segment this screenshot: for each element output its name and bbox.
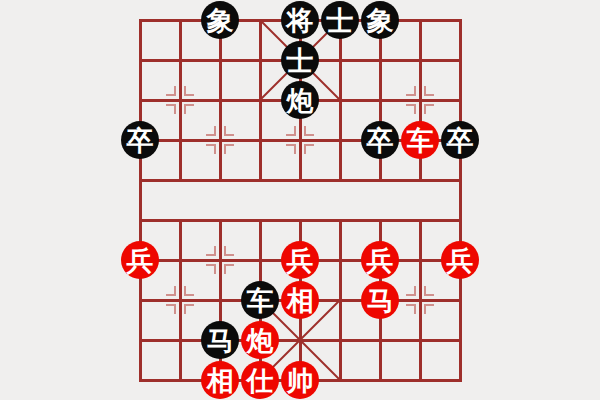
board-cell[interactable] <box>160 320 200 360</box>
board-cell[interactable]: 相 <box>200 360 240 400</box>
board-cell[interactable] <box>120 360 160 400</box>
board-cell[interactable] <box>400 0 440 40</box>
piece-red-soldier[interactable]: 兵 <box>441 241 479 279</box>
board-cell[interactable] <box>240 160 280 200</box>
piece-red-soldier[interactable]: 兵 <box>121 241 159 279</box>
board-cell[interactable] <box>440 360 480 400</box>
board-cell[interactable] <box>160 360 200 400</box>
board-cell[interactable] <box>360 360 400 400</box>
board-cell[interactable] <box>400 80 440 120</box>
board-cell[interactable] <box>360 40 400 80</box>
piece-black-soldier[interactable]: 卒 <box>441 121 479 159</box>
piece-black-elephant[interactable]: 象 <box>361 1 399 39</box>
piece-red-chariot[interactable]: 车 <box>401 121 439 159</box>
board-cell[interactable] <box>400 160 440 200</box>
board-cell[interactable] <box>320 360 360 400</box>
board-cell[interactable] <box>360 200 400 240</box>
board-cell[interactable]: 士 <box>320 0 360 40</box>
board-cell[interactable]: 车 <box>240 280 280 320</box>
board-cell[interactable] <box>400 200 440 240</box>
board-cell[interactable] <box>240 200 280 240</box>
board-cell[interactable] <box>360 80 400 120</box>
piece-black-advisor[interactable]: 士 <box>281 41 319 79</box>
piece-red-horse[interactable]: 马 <box>361 281 399 319</box>
board-cell[interactable] <box>440 320 480 360</box>
board-cell[interactable] <box>200 200 240 240</box>
board-cell[interactable] <box>400 280 440 320</box>
board-cell[interactable] <box>160 0 200 40</box>
board-cell[interactable] <box>320 240 360 280</box>
board-cell[interactable] <box>240 80 280 120</box>
piece-black-general[interactable]: 将 <box>281 1 319 39</box>
board-cell[interactable] <box>360 160 400 200</box>
board-cell[interactable] <box>440 160 480 200</box>
piece-red-elephant[interactable]: 相 <box>281 281 319 319</box>
board-cell[interactable] <box>160 40 200 80</box>
piece-black-chariot[interactable]: 车 <box>241 281 279 319</box>
board-cell[interactable]: 马 <box>360 280 400 320</box>
board-cell[interactable] <box>200 160 240 200</box>
board-cell[interactable] <box>440 80 480 120</box>
board-cell[interactable] <box>320 280 360 320</box>
board-cell[interactable] <box>280 320 320 360</box>
board-cell[interactable]: 炮 <box>280 80 320 120</box>
board-cell[interactable] <box>120 160 160 200</box>
board-cell[interactable] <box>240 240 280 280</box>
board-cell[interactable] <box>320 80 360 120</box>
piece-black-advisor[interactable]: 士 <box>321 1 359 39</box>
piece-red-soldier[interactable]: 兵 <box>361 241 399 279</box>
board-cell[interactable] <box>400 360 440 400</box>
xiangqi-board: 象将士象士炮卒卒车卒兵兵兵兵车相马马炮相仕帅 <box>120 0 480 400</box>
board-cell[interactable]: 兵 <box>280 240 320 280</box>
board-cell[interactable] <box>160 200 200 240</box>
board-cell[interactable] <box>280 120 320 160</box>
piece-red-advisor[interactable]: 仕 <box>241 361 279 399</box>
board-cell[interactable] <box>160 160 200 200</box>
board-cell[interactable] <box>320 160 360 200</box>
board-cell[interactable] <box>240 0 280 40</box>
piece-red-elephant[interactable]: 相 <box>201 361 239 399</box>
board-cell[interactable]: 相 <box>280 280 320 320</box>
board-cell[interactable]: 仕 <box>240 360 280 400</box>
board-grid: 象将士象士炮卒卒车卒兵兵兵兵车相马马炮相仕帅 <box>120 0 480 400</box>
board-cell[interactable] <box>120 280 160 320</box>
board-cell[interactable] <box>120 320 160 360</box>
board-cell[interactable] <box>200 240 240 280</box>
piece-black-soldier[interactable]: 卒 <box>121 121 159 159</box>
piece-red-cannon[interactable]: 炮 <box>241 321 279 359</box>
board-cell[interactable] <box>440 40 480 80</box>
board-cell[interactable] <box>320 40 360 80</box>
board-cell[interactable] <box>120 0 160 40</box>
board-cell[interactable] <box>200 120 240 160</box>
board-cell[interactable] <box>200 280 240 320</box>
board-cell[interactable] <box>240 120 280 160</box>
piece-red-soldier[interactable]: 兵 <box>281 241 319 279</box>
board-cell[interactable] <box>320 320 360 360</box>
board-cell[interactable]: 兵 <box>120 240 160 280</box>
board-cell[interactable] <box>360 320 400 360</box>
board-cell[interactable] <box>320 200 360 240</box>
board-cell[interactable]: 卒 <box>120 120 160 160</box>
piece-black-cannon[interactable]: 炮 <box>281 81 319 119</box>
board-cell[interactable] <box>120 200 160 240</box>
board-cell[interactable]: 象 <box>200 0 240 40</box>
piece-black-horse[interactable]: 马 <box>201 321 239 359</box>
board-cell[interactable]: 卒 <box>440 120 480 160</box>
board-cell[interactable]: 兵 <box>360 240 400 280</box>
board-cell[interactable] <box>160 240 200 280</box>
board-cell[interactable] <box>400 240 440 280</box>
board-cell[interactable]: 象 <box>360 0 400 40</box>
board-cell[interactable]: 车 <box>400 120 440 160</box>
board-cell[interactable] <box>200 40 240 80</box>
board-cell[interactable]: 士 <box>280 40 320 80</box>
board-cell[interactable]: 将 <box>280 0 320 40</box>
board-cell[interactable] <box>120 40 160 80</box>
board-cell[interactable] <box>400 320 440 360</box>
board-cell[interactable] <box>160 280 200 320</box>
board-cell[interactable] <box>280 200 320 240</box>
board-cell[interactable] <box>320 120 360 160</box>
board-cell[interactable] <box>400 40 440 80</box>
board-cell[interactable]: 兵 <box>440 240 480 280</box>
board-cell[interactable]: 马 <box>200 320 240 360</box>
board-cell[interactable]: 卒 <box>360 120 400 160</box>
board-cell[interactable] <box>440 280 480 320</box>
board-cell[interactable] <box>440 200 480 240</box>
board-cell[interactable] <box>280 160 320 200</box>
board-cell[interactable] <box>120 80 160 120</box>
board-cell[interactable]: 帅 <box>280 360 320 400</box>
piece-black-soldier[interactable]: 卒 <box>361 121 399 159</box>
piece-black-elephant[interactable]: 象 <box>201 1 239 39</box>
board-cell[interactable] <box>240 40 280 80</box>
board-cell[interactable] <box>200 80 240 120</box>
board-cell[interactable]: 炮 <box>240 320 280 360</box>
piece-red-general[interactable]: 帅 <box>281 361 319 399</box>
board-cell[interactable] <box>160 120 200 160</box>
board-cell[interactable] <box>160 80 200 120</box>
board-cell[interactable] <box>440 0 480 40</box>
